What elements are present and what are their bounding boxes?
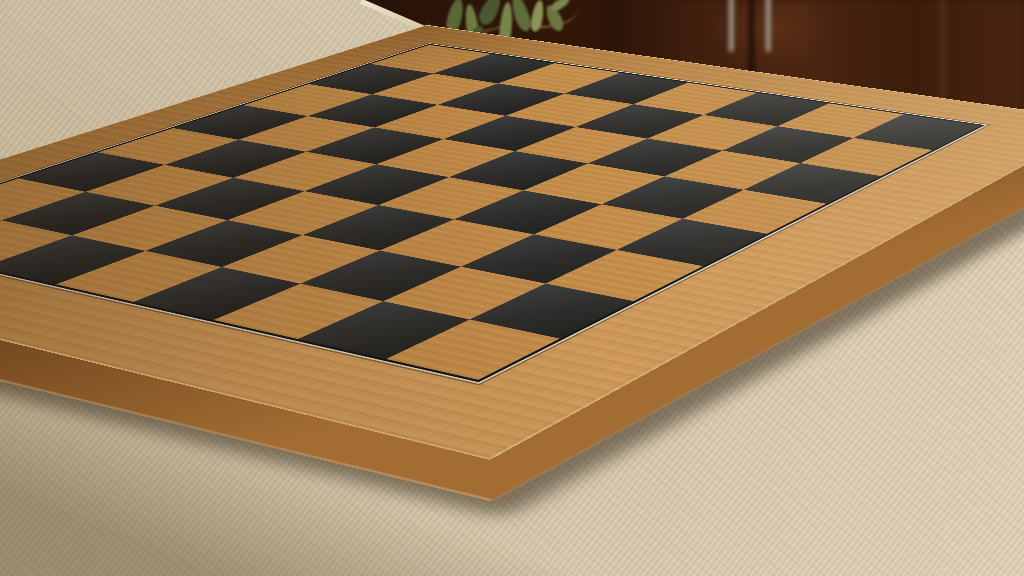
cabinet-handle	[765, 0, 771, 52]
scene	[0, 0, 1024, 576]
cabinet-handle	[728, 0, 734, 52]
